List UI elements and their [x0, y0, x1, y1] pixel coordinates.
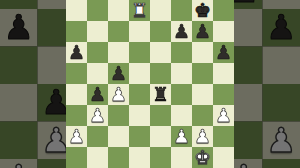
- square-c3[interactable]: [108, 105, 129, 126]
- square-g6[interactable]: [192, 42, 213, 63]
- black-king-g8[interactable]: ♚: [194, 0, 211, 21]
- square-g8[interactable]: ♚: [192, 0, 213, 21]
- square-f8[interactable]: [171, 0, 192, 21]
- square-d4[interactable]: [129, 84, 150, 105]
- square-b6[interactable]: [87, 42, 108, 63]
- square-b1[interactable]: [87, 147, 108, 168]
- square-c2[interactable]: [108, 126, 129, 147]
- white-pawn-h3[interactable]: ♟: [215, 105, 232, 126]
- square-g7[interactable]: ♟: [192, 21, 213, 42]
- square-f1[interactable]: [171, 147, 192, 168]
- square-h3[interactable]: ♟: [213, 105, 234, 126]
- white-pawn-b3[interactable]: ♟: [89, 105, 106, 126]
- square-h1[interactable]: [213, 147, 234, 168]
- white-pawn-f2[interactable]: ♟: [173, 126, 190, 147]
- square-b8[interactable]: [87, 0, 108, 21]
- square-f4[interactable]: [171, 84, 192, 105]
- square-h7[interactable]: [213, 21, 234, 42]
- square-f2[interactable]: ♟: [171, 126, 192, 147]
- square-a4[interactable]: [66, 84, 87, 105]
- square-e4[interactable]: ♜: [150, 84, 171, 105]
- white-pawn-a2[interactable]: ♟: [68, 126, 85, 147]
- white-rook-d8[interactable]: ♜: [131, 0, 148, 21]
- square-h8[interactable]: [213, 0, 234, 21]
- white-pawn-c4[interactable]: ♟: [110, 84, 127, 105]
- square-e8[interactable]: [150, 0, 171, 21]
- chess-video-frame: ♜♚♟♟♟♟♟♟♟♜♟♟♟♟♟♚ ♜♚♟♟♟♟♟♟♟♜♟♟♟♟♟♚: [0, 0, 300, 168]
- square-e6[interactable]: [150, 42, 171, 63]
- square-g1[interactable]: ♚: [192, 147, 213, 168]
- square-a8[interactable]: [66, 0, 87, 21]
- square-b7[interactable]: [87, 21, 108, 42]
- square-b2[interactable]: [87, 126, 108, 147]
- square-c1[interactable]: [108, 147, 129, 168]
- square-e5[interactable]: [150, 63, 171, 84]
- black-pawn-g7[interactable]: ♟: [194, 21, 211, 42]
- square-e2[interactable]: [150, 126, 171, 147]
- square-c4[interactable]: ♟: [108, 84, 129, 105]
- square-c8[interactable]: [108, 0, 129, 21]
- square-g2[interactable]: ♟: [192, 126, 213, 147]
- square-f3[interactable]: [171, 105, 192, 126]
- square-e7[interactable]: [150, 21, 171, 42]
- square-a7[interactable]: [66, 21, 87, 42]
- black-rook-e4[interactable]: ♜: [152, 84, 169, 105]
- square-b4[interactable]: ♟: [87, 84, 108, 105]
- square-h2[interactable]: [213, 126, 234, 147]
- square-c6[interactable]: [108, 42, 129, 63]
- square-d3[interactable]: [129, 105, 150, 126]
- square-a2[interactable]: ♟: [66, 126, 87, 147]
- square-g5[interactable]: [192, 63, 213, 84]
- square-d5[interactable]: [129, 63, 150, 84]
- square-d2[interactable]: [129, 126, 150, 147]
- square-e1[interactable]: [150, 147, 171, 168]
- square-d7[interactable]: [129, 21, 150, 42]
- square-d8[interactable]: ♜: [129, 0, 150, 21]
- square-g4[interactable]: [192, 84, 213, 105]
- chess-board[interactable]: ♜♚♟♟♟♟♟♟♟♜♟♟♟♟♟♚: [66, 0, 234, 168]
- black-pawn-c5[interactable]: ♟: [110, 63, 127, 84]
- square-a5[interactable]: [66, 63, 87, 84]
- square-f5[interactable]: [171, 63, 192, 84]
- square-f6[interactable]: [171, 42, 192, 63]
- square-c5[interactable]: ♟: [108, 63, 129, 84]
- black-pawn-b4[interactable]: ♟: [89, 84, 106, 105]
- black-pawn-a6[interactable]: ♟: [68, 42, 85, 63]
- black-pawn-f7[interactable]: ♟: [173, 21, 190, 42]
- square-h5[interactable]: [213, 63, 234, 84]
- square-g3[interactable]: [192, 105, 213, 126]
- square-h6[interactable]: ♟: [213, 42, 234, 63]
- square-a3[interactable]: [66, 105, 87, 126]
- square-b3[interactable]: ♟: [87, 105, 108, 126]
- square-c7[interactable]: [108, 21, 129, 42]
- square-a1[interactable]: [66, 147, 87, 168]
- white-pawn-g2[interactable]: ♟: [194, 126, 211, 147]
- square-f7[interactable]: ♟: [171, 21, 192, 42]
- white-king-g1[interactable]: ♚: [194, 147, 211, 168]
- square-h4[interactable]: [213, 84, 234, 105]
- square-d1[interactable]: [129, 147, 150, 168]
- black-pawn-h6[interactable]: ♟: [215, 42, 232, 63]
- square-e3[interactable]: [150, 105, 171, 126]
- square-d6[interactable]: [129, 42, 150, 63]
- square-a6[interactable]: ♟: [66, 42, 87, 63]
- square-b5[interactable]: [87, 63, 108, 84]
